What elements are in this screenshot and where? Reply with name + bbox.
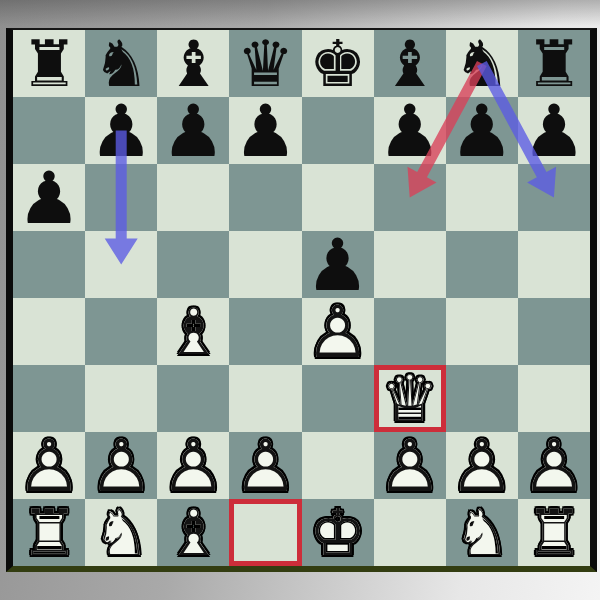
square-a5[interactable] bbox=[13, 231, 85, 298]
piece-black-pawn[interactable]: ♟ bbox=[229, 97, 301, 164]
piece-white-pawn[interactable]: ♟♙ bbox=[374, 432, 446, 499]
square-f4[interactable] bbox=[374, 298, 446, 365]
square-e7[interactable] bbox=[302, 97, 374, 164]
square-d5[interactable] bbox=[229, 231, 301, 298]
square-f6[interactable] bbox=[374, 164, 446, 231]
square-e1[interactable]: ♚♔ bbox=[302, 499, 374, 566]
piece-white-bishop[interactable]: ♝♗ bbox=[157, 499, 229, 566]
black-queen-glyph: ♛ bbox=[229, 30, 301, 97]
piece-black-rook[interactable]: ♜ bbox=[13, 30, 85, 97]
black-bishop-glyph: ♝ bbox=[157, 30, 229, 97]
square-a3[interactable] bbox=[13, 365, 85, 432]
square-g2[interactable]: ♟♙ bbox=[446, 432, 518, 499]
square-e8[interactable]: ♚ bbox=[302, 30, 374, 97]
square-h3[interactable] bbox=[518, 365, 590, 432]
square-d2[interactable]: ♟♙ bbox=[229, 432, 301, 499]
white-rook-outline-glyph: ♖ bbox=[518, 499, 590, 566]
black-pawn-glyph: ♟ bbox=[302, 231, 374, 298]
white-pawn-outline-glyph: ♙ bbox=[374, 432, 446, 499]
square-a8[interactable]: ♜ bbox=[13, 30, 85, 97]
square-d8[interactable]: ♛ bbox=[229, 30, 301, 97]
square-h2[interactable]: ♟♙ bbox=[518, 432, 590, 499]
square-b7[interactable]: ♟ bbox=[85, 97, 157, 164]
square-g5[interactable] bbox=[446, 231, 518, 298]
square-h6[interactable] bbox=[518, 164, 590, 231]
piece-black-pawn[interactable]: ♟ bbox=[157, 97, 229, 164]
piece-white-pawn[interactable]: ♟♙ bbox=[446, 432, 518, 499]
square-c3[interactable] bbox=[157, 365, 229, 432]
piece-black-pawn[interactable]: ♟ bbox=[518, 97, 590, 164]
square-e5[interactable]: ♟ bbox=[302, 231, 374, 298]
square-g8[interactable]: ♞ bbox=[446, 30, 518, 97]
black-king-glyph: ♚ bbox=[302, 30, 374, 97]
piece-white-knight[interactable]: ♞♘ bbox=[446, 499, 518, 566]
piece-white-pawn[interactable]: ♟♙ bbox=[13, 432, 85, 499]
white-pawn-outline-glyph: ♙ bbox=[157, 432, 229, 499]
piece-white-pawn[interactable]: ♟♙ bbox=[518, 432, 590, 499]
piece-black-pawn[interactable]: ♟ bbox=[374, 97, 446, 164]
white-pawn-outline-glyph: ♙ bbox=[229, 432, 301, 499]
white-pawn-outline-glyph: ♙ bbox=[302, 298, 374, 365]
square-b4[interactable] bbox=[85, 298, 157, 365]
square-h5[interactable] bbox=[518, 231, 590, 298]
square-c1[interactable]: ♝♗ bbox=[157, 499, 229, 566]
black-knight-glyph: ♞ bbox=[85, 30, 157, 97]
chess-board-grid: ♜♞♝♛♚♝♞♜♟♟♟♟♟♟♟♟♝♗♟♙♛♕♟♙♟♙♟♙♟♙♟♙♟♙♟♙♜♖♞♘… bbox=[13, 30, 590, 566]
square-f1[interactable] bbox=[374, 499, 446, 566]
square-b1[interactable]: ♞♘ bbox=[85, 499, 157, 566]
piece-black-knight[interactable]: ♞ bbox=[446, 30, 518, 97]
square-g4[interactable] bbox=[446, 298, 518, 365]
piece-black-pawn[interactable]: ♟ bbox=[446, 97, 518, 164]
black-rook-glyph: ♜ bbox=[518, 30, 590, 97]
square-f5[interactable] bbox=[374, 231, 446, 298]
black-rook-glyph: ♜ bbox=[13, 30, 85, 97]
square-c7[interactable]: ♟ bbox=[157, 97, 229, 164]
piece-black-queen[interactable]: ♛ bbox=[229, 30, 301, 97]
white-queen-outline-glyph: ♕ bbox=[374, 365, 446, 432]
piece-white-pawn[interactable]: ♟♙ bbox=[85, 432, 157, 499]
white-bishop-outline-glyph: ♗ bbox=[157, 499, 229, 566]
black-pawn-glyph: ♟ bbox=[13, 164, 85, 231]
piece-black-knight[interactable]: ♞ bbox=[85, 30, 157, 97]
square-f8[interactable]: ♝ bbox=[374, 30, 446, 97]
square-b5[interactable] bbox=[85, 231, 157, 298]
square-h4[interactable] bbox=[518, 298, 590, 365]
square-e4[interactable]: ♟♙ bbox=[302, 298, 374, 365]
white-pawn-outline-glyph: ♙ bbox=[518, 432, 590, 499]
white-pawn-outline-glyph: ♙ bbox=[446, 432, 518, 499]
white-pawn-outline-glyph: ♙ bbox=[85, 432, 157, 499]
black-pawn-glyph: ♟ bbox=[157, 97, 229, 164]
piece-black-pawn[interactable]: ♟ bbox=[85, 97, 157, 164]
square-c4[interactable]: ♝♗ bbox=[157, 298, 229, 365]
piece-white-bishop[interactable]: ♝♗ bbox=[157, 298, 229, 365]
white-rook-outline-glyph: ♖ bbox=[13, 499, 85, 566]
square-d1[interactable] bbox=[229, 499, 301, 566]
square-c5[interactable] bbox=[157, 231, 229, 298]
piece-black-bishop[interactable]: ♝ bbox=[374, 30, 446, 97]
piece-white-rook[interactable]: ♜♖ bbox=[13, 499, 85, 566]
square-c2[interactable]: ♟♙ bbox=[157, 432, 229, 499]
square-d3[interactable] bbox=[229, 365, 301, 432]
black-pawn-glyph: ♟ bbox=[446, 97, 518, 164]
square-h7[interactable]: ♟ bbox=[518, 97, 590, 164]
square-g1[interactable]: ♞♘ bbox=[446, 499, 518, 566]
square-d7[interactable]: ♟ bbox=[229, 97, 301, 164]
white-king-outline-glyph: ♔ bbox=[302, 499, 374, 566]
square-e6[interactable] bbox=[302, 164, 374, 231]
square-a6[interactable]: ♟ bbox=[13, 164, 85, 231]
white-pawn-outline-glyph: ♙ bbox=[13, 432, 85, 499]
chess-board: ♜♞♝♛♚♝♞♜♟♟♟♟♟♟♟♟♝♗♟♙♛♕♟♙♟♙♟♙♟♙♟♙♟♙♟♙♜♖♞♘… bbox=[6, 28, 597, 572]
black-pawn-glyph: ♟ bbox=[85, 97, 157, 164]
square-b2[interactable]: ♟♙ bbox=[85, 432, 157, 499]
screenshot-root: ♜♞♝♛♚♝♞♜♟♟♟♟♟♟♟♟♝♗♟♙♛♕♟♙♟♙♟♙♟♙♟♙♟♙♟♙♜♖♞♘… bbox=[0, 0, 600, 600]
square-a1[interactable]: ♜♖ bbox=[13, 499, 85, 566]
piece-black-pawn[interactable]: ♟ bbox=[13, 164, 85, 231]
square-b6[interactable] bbox=[85, 164, 157, 231]
white-knight-outline-glyph: ♘ bbox=[446, 499, 518, 566]
piece-black-pawn[interactable]: ♟ bbox=[302, 231, 374, 298]
square-a2[interactable]: ♟♙ bbox=[13, 432, 85, 499]
piece-black-rook[interactable]: ♜ bbox=[518, 30, 590, 97]
piece-black-bishop[interactable]: ♝ bbox=[157, 30, 229, 97]
piece-white-queen[interactable]: ♛♕ bbox=[374, 365, 446, 432]
piece-white-king[interactable]: ♚♔ bbox=[302, 499, 374, 566]
square-c6[interactable] bbox=[157, 164, 229, 231]
square-f7[interactable]: ♟ bbox=[374, 97, 446, 164]
square-d4[interactable] bbox=[229, 298, 301, 365]
black-pawn-glyph: ♟ bbox=[518, 97, 590, 164]
square-e2[interactable] bbox=[302, 432, 374, 499]
square-g7[interactable]: ♟ bbox=[446, 97, 518, 164]
square-f2[interactable]: ♟♙ bbox=[374, 432, 446, 499]
white-bishop-outline-glyph: ♗ bbox=[157, 298, 229, 365]
piece-white-rook[interactable]: ♜♖ bbox=[518, 499, 590, 566]
square-h1[interactable]: ♜♖ bbox=[518, 499, 590, 566]
black-pawn-glyph: ♟ bbox=[229, 97, 301, 164]
black-knight-glyph: ♞ bbox=[446, 30, 518, 97]
square-c8[interactable]: ♝ bbox=[157, 30, 229, 97]
square-d6[interactable] bbox=[229, 164, 301, 231]
black-pawn-glyph: ♟ bbox=[374, 97, 446, 164]
piece-white-pawn[interactable]: ♟♙ bbox=[302, 298, 374, 365]
piece-black-king[interactable]: ♚ bbox=[302, 30, 374, 97]
square-b3[interactable] bbox=[85, 365, 157, 432]
piece-white-pawn[interactable]: ♟♙ bbox=[157, 432, 229, 499]
square-b8[interactable]: ♞ bbox=[85, 30, 157, 97]
square-g3[interactable] bbox=[446, 365, 518, 432]
square-f3[interactable]: ♛♕ bbox=[374, 365, 446, 432]
square-e3[interactable] bbox=[302, 365, 374, 432]
black-bishop-glyph: ♝ bbox=[374, 30, 446, 97]
piece-white-knight[interactable]: ♞♘ bbox=[85, 499, 157, 566]
square-g6[interactable] bbox=[446, 164, 518, 231]
square-a7[interactable] bbox=[13, 97, 85, 164]
square-a4[interactable] bbox=[13, 298, 85, 365]
white-knight-outline-glyph: ♘ bbox=[85, 499, 157, 566]
square-h8[interactable]: ♜ bbox=[518, 30, 590, 97]
piece-white-pawn[interactable]: ♟♙ bbox=[229, 432, 301, 499]
